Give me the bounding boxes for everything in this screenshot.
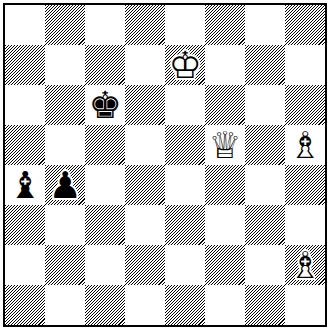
square-b5[interactable] xyxy=(45,125,85,165)
square-e1[interactable] xyxy=(165,285,205,325)
square-c5[interactable] xyxy=(85,125,125,165)
square-a4[interactable]: ♝ xyxy=(5,165,45,205)
square-c3[interactable] xyxy=(85,205,125,245)
square-d2[interactable] xyxy=(125,245,165,285)
square-c8[interactable] xyxy=(85,5,125,45)
square-g6[interactable] xyxy=(245,85,285,125)
square-f1[interactable] xyxy=(205,285,245,325)
square-f2[interactable] xyxy=(205,245,245,285)
white-bishop-fill: ♝ xyxy=(285,125,325,165)
square-c6[interactable]: ♚ xyxy=(85,85,125,125)
square-c1[interactable] xyxy=(85,285,125,325)
white-bishop-h5: ♗ xyxy=(285,125,325,165)
black-king-c6: ♚ xyxy=(85,85,125,125)
square-b1[interactable] xyxy=(45,285,85,325)
square-f5[interactable]: ♛♕ xyxy=(205,125,245,165)
square-g2[interactable] xyxy=(245,245,285,285)
square-h5[interactable]: ♝♗ xyxy=(285,125,325,165)
white-bishop-fill: ♝ xyxy=(285,245,325,285)
square-b4[interactable]: ♟ xyxy=(45,165,85,205)
chess-diagram: ♚♔♚♛♕♝♗♝♟♝♗ xyxy=(0,0,332,332)
square-g1[interactable] xyxy=(245,285,285,325)
chess-board-frame: ♚♔♚♛♕♝♗♝♟♝♗ xyxy=(3,3,327,327)
square-d3[interactable] xyxy=(125,205,165,245)
square-a2[interactable] xyxy=(5,245,45,285)
square-d6[interactable] xyxy=(125,85,165,125)
square-h7[interactable] xyxy=(285,45,325,85)
white-bishop-h2: ♗ xyxy=(285,245,325,285)
square-f7[interactable] xyxy=(205,45,245,85)
square-h4[interactable] xyxy=(285,165,325,205)
white-king-e7: ♔ xyxy=(165,45,205,85)
square-a1[interactable] xyxy=(5,285,45,325)
square-f8[interactable] xyxy=(205,5,245,45)
square-b6[interactable] xyxy=(45,85,85,125)
square-c4[interactable] xyxy=(85,165,125,205)
chess-board: ♚♔♚♛♕♝♗♝♟♝♗ xyxy=(5,5,325,325)
square-f3[interactable] xyxy=(205,205,245,245)
square-e4[interactable] xyxy=(165,165,205,205)
square-c2[interactable] xyxy=(85,245,125,285)
square-h6[interactable] xyxy=(285,85,325,125)
square-h8[interactable] xyxy=(285,5,325,45)
square-d7[interactable] xyxy=(125,45,165,85)
square-a7[interactable] xyxy=(5,45,45,85)
square-a3[interactable] xyxy=(5,205,45,245)
square-e6[interactable] xyxy=(165,85,205,125)
square-b7[interactable] xyxy=(45,45,85,85)
square-e7[interactable]: ♚♔ xyxy=(165,45,205,85)
square-g5[interactable] xyxy=(245,125,285,165)
square-g3[interactable] xyxy=(245,205,285,245)
square-g4[interactable] xyxy=(245,165,285,205)
square-e5[interactable] xyxy=(165,125,205,165)
black-pawn-b4: ♟ xyxy=(45,165,85,205)
square-d8[interactable] xyxy=(125,5,165,45)
square-d4[interactable] xyxy=(125,165,165,205)
square-e3[interactable] xyxy=(165,205,205,245)
square-c7[interactable] xyxy=(85,45,125,85)
square-a6[interactable] xyxy=(5,85,45,125)
square-g8[interactable] xyxy=(245,5,285,45)
square-h2[interactable]: ♝♗ xyxy=(285,245,325,285)
square-f4[interactable] xyxy=(205,165,245,205)
white-queen-f5: ♕ xyxy=(205,125,245,165)
square-b8[interactable] xyxy=(45,5,85,45)
square-h1[interactable] xyxy=(285,285,325,325)
square-a5[interactable] xyxy=(5,125,45,165)
square-g7[interactable] xyxy=(245,45,285,85)
square-h3[interactable] xyxy=(285,205,325,245)
square-b2[interactable] xyxy=(45,245,85,285)
square-d1[interactable] xyxy=(125,285,165,325)
square-d5[interactable] xyxy=(125,125,165,165)
black-bishop-a4: ♝ xyxy=(5,165,45,205)
square-e2[interactable] xyxy=(165,245,205,285)
white-queen-fill: ♛ xyxy=(205,125,245,165)
square-b3[interactable] xyxy=(45,205,85,245)
square-a8[interactable] xyxy=(5,5,45,45)
white-king-fill: ♚ xyxy=(165,45,205,85)
square-e8[interactable] xyxy=(165,5,205,45)
square-f6[interactable] xyxy=(205,85,245,125)
